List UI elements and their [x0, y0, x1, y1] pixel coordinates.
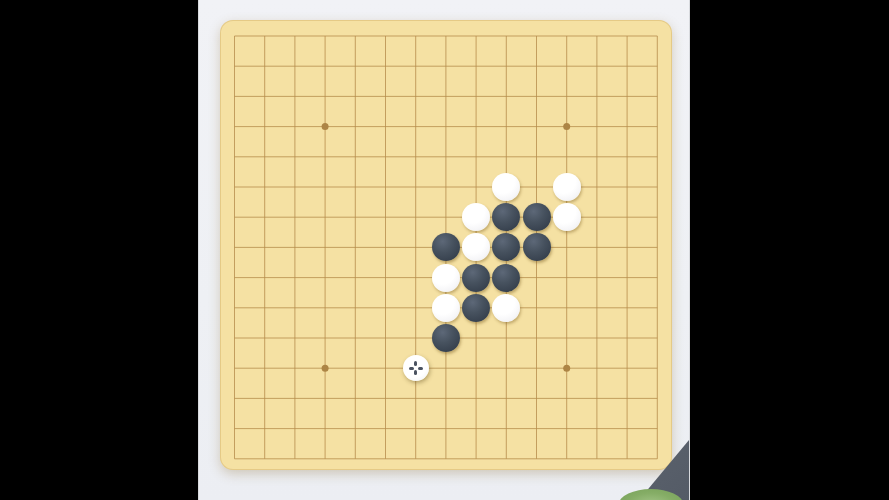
gomoku-board[interactable] — [220, 20, 672, 470]
stone-white — [462, 203, 490, 231]
stone-black — [492, 203, 520, 231]
stone-black — [492, 264, 520, 292]
stone-white — [432, 264, 460, 292]
crosshair-icon — [418, 367, 423, 370]
crosshair-icon — [414, 361, 417, 366]
stone-black — [523, 203, 551, 231]
stone-white — [462, 233, 490, 261]
left-black-bar — [0, 0, 198, 500]
stone-black — [462, 294, 490, 322]
stone-black — [432, 233, 460, 261]
stone-black — [432, 324, 460, 352]
stone-white — [432, 294, 460, 322]
app-panel — [198, 0, 690, 500]
stone-white — [492, 294, 520, 322]
stones-layer — [220, 20, 672, 470]
screen — [0, 0, 889, 500]
stone-white — [492, 173, 520, 201]
stone-black — [462, 264, 490, 292]
stone-white — [553, 203, 581, 231]
crosshair-icon — [414, 370, 417, 375]
placement-cursor[interactable] — [403, 355, 429, 381]
crosshair-icon — [409, 367, 414, 370]
stone-white — [553, 173, 581, 201]
stone-black — [492, 233, 520, 261]
right-black-bar — [690, 0, 889, 500]
stone-black — [523, 233, 551, 261]
